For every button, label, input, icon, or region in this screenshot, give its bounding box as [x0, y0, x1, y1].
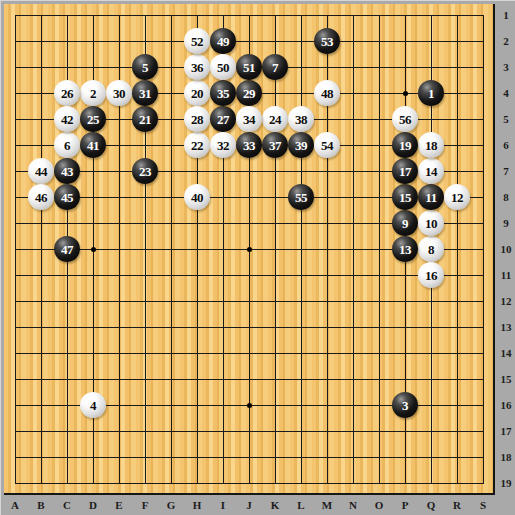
grid-line-horizontal: [15, 301, 484, 302]
grid-line-horizontal: [15, 457, 484, 458]
stone-black-27[interactable]: 27: [210, 106, 236, 132]
grid-line-horizontal: [15, 483, 484, 484]
stone-white-8[interactable]: 8: [418, 236, 444, 262]
row-label-8: 8: [496, 191, 515, 203]
stone-white-10[interactable]: 10: [418, 210, 444, 236]
grid-line-vertical: [275, 15, 276, 484]
stone-black-39[interactable]: 39: [288, 132, 314, 158]
row-label-19: 19: [496, 477, 515, 489]
stone-black-15[interactable]: 15: [392, 184, 418, 210]
row-label-11: 11: [496, 269, 515, 281]
column-label-A: A: [4, 499, 26, 511]
column-label-I: I: [212, 499, 234, 511]
stone-white-22[interactable]: 22: [184, 132, 210, 158]
stone-black-25[interactable]: 25: [80, 106, 106, 132]
stone-white-52[interactable]: 52: [184, 28, 210, 54]
grid-line-horizontal: [15, 431, 484, 432]
stone-black-9[interactable]: 9: [392, 210, 418, 236]
row-label-12: 12: [496, 295, 515, 307]
stone-white-16[interactable]: 16: [418, 262, 444, 288]
grid-line-vertical: [353, 15, 354, 484]
stone-black-29[interactable]: 29: [236, 80, 262, 106]
stone-white-42[interactable]: 42: [54, 106, 80, 132]
stone-white-44[interactable]: 44: [28, 158, 54, 184]
stone-black-33[interactable]: 33: [236, 132, 262, 158]
stone-white-48[interactable]: 48: [314, 80, 340, 106]
row-label-15: 15: [496, 373, 515, 385]
stone-black-37[interactable]: 37: [262, 132, 288, 158]
column-label-J: J: [238, 499, 260, 511]
column-label-N: N: [342, 499, 364, 511]
row-label-1: 1: [496, 9, 515, 21]
stone-white-26[interactable]: 26: [54, 80, 80, 106]
row-label-2: 2: [496, 35, 515, 47]
stone-white-32[interactable]: 32: [210, 132, 236, 158]
stone-white-30[interactable]: 30: [106, 80, 132, 106]
row-label-10: 10: [496, 243, 515, 255]
column-label-F: F: [134, 499, 156, 511]
stone-white-54[interactable]: 54: [314, 132, 340, 158]
stone-white-2[interactable]: 2: [80, 80, 106, 106]
column-label-R: R: [446, 499, 468, 511]
stone-black-23[interactable]: 23: [132, 158, 158, 184]
stone-black-41[interactable]: 41: [80, 132, 106, 158]
row-label-17: 17: [496, 425, 515, 437]
stone-white-56[interactable]: 56: [392, 106, 418, 132]
column-label-M: M: [316, 499, 338, 511]
stone-black-11[interactable]: 11: [418, 184, 444, 210]
column-label-P: P: [394, 499, 416, 511]
grid-line-horizontal: [15, 353, 484, 354]
star-point: [247, 247, 252, 252]
stone-white-50[interactable]: 50: [210, 54, 236, 80]
row-label-6: 6: [496, 139, 515, 151]
stone-white-34[interactable]: 34: [236, 106, 262, 132]
row-label-3: 3: [496, 61, 515, 73]
go-board-frame: 1234567891011121314151617181920212223242…: [0, 0, 515, 515]
stone-black-13[interactable]: 13: [392, 236, 418, 262]
stone-black-53[interactable]: 53: [314, 28, 340, 54]
stone-black-7[interactable]: 7: [262, 54, 288, 80]
stone-black-47[interactable]: 47: [54, 236, 80, 262]
column-label-C: C: [56, 499, 78, 511]
row-label-5: 5: [496, 113, 515, 125]
column-label-B: B: [30, 499, 52, 511]
stone-black-49[interactable]: 49: [210, 28, 236, 54]
row-label-18: 18: [496, 451, 515, 463]
row-label-13: 13: [496, 321, 515, 333]
row-label-14: 14: [496, 347, 515, 359]
stone-white-36[interactable]: 36: [184, 54, 210, 80]
column-label-S: S: [472, 499, 494, 511]
stone-white-12[interactable]: 12: [444, 184, 470, 210]
stone-black-35[interactable]: 35: [210, 80, 236, 106]
star-point: [403, 91, 408, 96]
stone-black-17[interactable]: 17: [392, 158, 418, 184]
stone-black-45[interactable]: 45: [54, 184, 80, 210]
grid-line-vertical: [379, 15, 380, 484]
stone-black-51[interactable]: 51: [236, 54, 262, 80]
stone-black-31[interactable]: 31: [132, 80, 158, 106]
stone-white-46[interactable]: 46: [28, 184, 54, 210]
stone-white-4[interactable]: 4: [80, 392, 106, 418]
stone-white-24[interactable]: 24: [262, 106, 288, 132]
stone-white-28[interactable]: 28: [184, 106, 210, 132]
row-label-4: 4: [496, 87, 515, 99]
stone-black-19[interactable]: 19: [392, 132, 418, 158]
stone-white-38[interactable]: 38: [288, 106, 314, 132]
star-point: [91, 247, 96, 252]
stone-white-18[interactable]: 18: [418, 132, 444, 158]
grid-line-vertical: [483, 15, 484, 484]
grid-line-horizontal: [15, 379, 484, 380]
column-label-O: O: [368, 499, 390, 511]
column-label-H: H: [186, 499, 208, 511]
stone-white-40[interactable]: 40: [184, 184, 210, 210]
stone-black-21[interactable]: 21: [132, 106, 158, 132]
grid-line-horizontal: [15, 275, 484, 276]
column-label-E: E: [108, 499, 130, 511]
stone-white-20[interactable]: 20: [184, 80, 210, 106]
row-label-7: 7: [496, 165, 515, 177]
row-label-9: 9: [496, 217, 515, 229]
stone-white-6[interactable]: 6: [54, 132, 80, 158]
grid-line-vertical: [457, 15, 458, 484]
star-point: [247, 403, 252, 408]
column-label-K: K: [264, 499, 286, 511]
grid-line-horizontal: [15, 327, 484, 328]
stone-black-43[interactable]: 43: [54, 158, 80, 184]
stone-black-1[interactable]: 1: [418, 80, 444, 106]
column-label-D: D: [82, 499, 104, 511]
stone-black-5[interactable]: 5: [132, 54, 158, 80]
column-label-G: G: [160, 499, 182, 511]
stone-white-14[interactable]: 14: [418, 158, 444, 184]
stone-black-55[interactable]: 55: [288, 184, 314, 210]
stone-black-3[interactable]: 3: [392, 392, 418, 418]
row-label-16: 16: [496, 399, 515, 411]
column-label-L: L: [290, 499, 312, 511]
column-label-Q: Q: [420, 499, 442, 511]
grid-line-vertical: [301, 15, 302, 484]
